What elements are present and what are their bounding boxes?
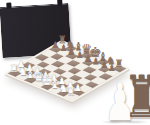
dark-rook-glyph: ♜ — [124, 74, 146, 121]
chess-set-product-photo: ♜♞♝♛♚♝♞♜♟♟♟♟♟♟♟♟♟♟♟♟♟♟♟♟♜♞♝♛♚♝♞♜ ♟ ♜ — [0, 0, 150, 125]
case-hinge-left — [6, 2, 11, 8]
case-hinge-right — [57, 0, 62, 6]
closeup-dark-rook: ♜ — [119, 74, 150, 123]
